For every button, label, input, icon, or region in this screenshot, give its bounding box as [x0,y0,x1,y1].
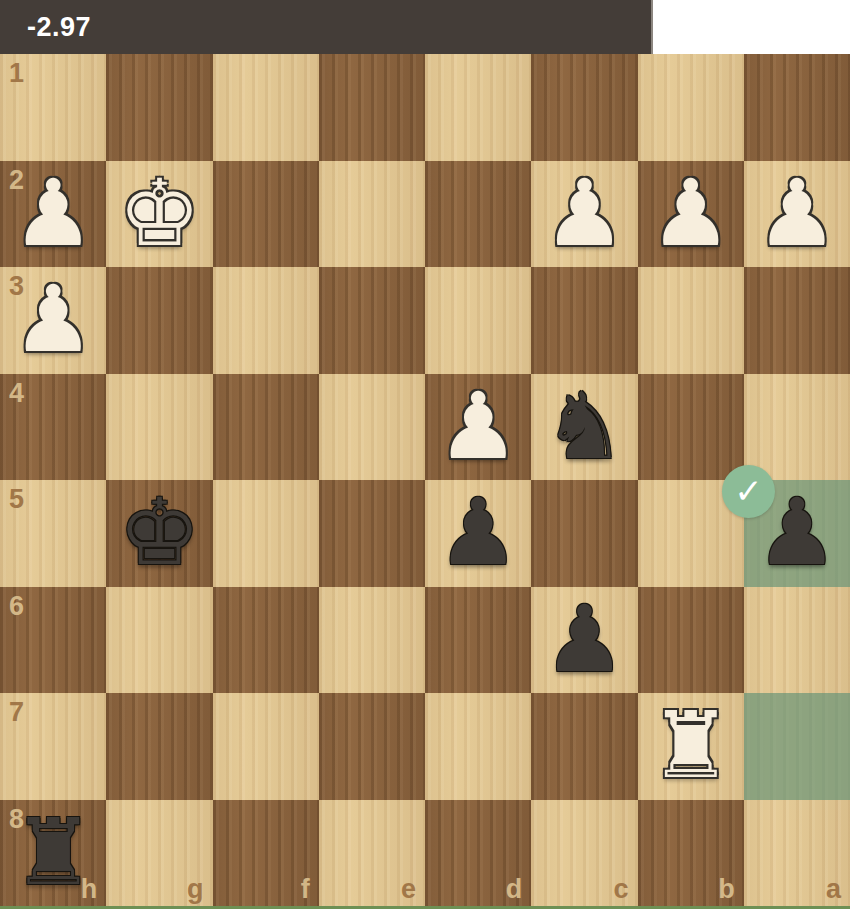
correct-move-badge: ✓ [722,465,775,518]
square-b2[interactable]: ♟ [638,161,744,268]
square-d4[interactable]: ♟ [425,374,531,481]
square-c3[interactable] [531,267,637,374]
square-b1[interactable] [638,54,744,161]
square-a8[interactable]: a [744,800,850,907]
rank-label-5: 5 [9,486,24,513]
white-pawn-h2[interactable]: ♟ [12,168,94,260]
black-pawn-d5[interactable]: ♟ [437,487,519,579]
white-rook-b7[interactable]: ♜ [649,700,731,792]
square-f1[interactable] [213,54,319,161]
square-a7[interactable] [744,693,850,800]
black-knight-c4[interactable]: ♞ [543,381,625,473]
square-a6[interactable] [744,587,850,694]
square-e3[interactable] [319,267,425,374]
file-label-a: a [826,876,841,903]
square-d5[interactable]: ♟ [425,480,531,587]
square-h6[interactable]: 6 [0,587,106,694]
square-g5[interactable]: ♚ [106,480,212,587]
file-label-d: d [506,876,523,903]
square-g1[interactable] [106,54,212,161]
square-g4[interactable] [106,374,212,481]
square-c8[interactable]: c [531,800,637,907]
file-label-e: e [401,876,416,903]
white-pawn-h3[interactable]: ♟ [12,274,94,366]
square-e7[interactable] [319,693,425,800]
square-f4[interactable] [213,374,319,481]
square-h2[interactable]: 2♟ [0,161,106,268]
square-d3[interactable] [425,267,531,374]
evaluation-bar: -2.97 [0,0,850,54]
square-f8[interactable]: f [213,800,319,907]
checkmark-icon: ✓ [734,474,763,508]
square-e4[interactable] [319,374,425,481]
black-pawn-c6[interactable]: ♟ [543,594,625,686]
square-c6[interactable]: ♟ [531,587,637,694]
square-e8[interactable]: e [319,800,425,907]
square-g3[interactable] [106,267,212,374]
black-king-g5[interactable]: ♚ [118,487,200,579]
white-pawn-c2[interactable]: ♟ [543,168,625,260]
square-d7[interactable] [425,693,531,800]
white-pawn-a2[interactable]: ♟ [756,168,838,260]
square-c4[interactable]: ♞ [531,374,637,481]
square-d6[interactable] [425,587,531,694]
square-e6[interactable] [319,587,425,694]
white-pawn-b2[interactable]: ♟ [649,168,731,260]
square-b6[interactable] [638,587,744,694]
square-c2[interactable]: ♟ [531,161,637,268]
square-g2[interactable]: ♚ [106,161,212,268]
evaluation-score: -2.97 [0,12,91,43]
square-a3[interactable] [744,267,850,374]
square-a1[interactable] [744,54,850,161]
square-b8[interactable]: b [638,800,744,907]
square-c7[interactable] [531,693,637,800]
square-c5[interactable] [531,480,637,587]
file-label-g: g [187,876,204,903]
square-d1[interactable] [425,54,531,161]
square-e1[interactable] [319,54,425,161]
square-a2[interactable]: ♟ [744,161,850,268]
evaluation-bar-white-portion [653,0,850,54]
square-f2[interactable] [213,161,319,268]
square-h4[interactable]: 4 [0,374,106,481]
square-h7[interactable]: 7 [0,693,106,800]
square-f6[interactable] [213,587,319,694]
file-label-f: f [301,876,310,903]
square-c1[interactable] [531,54,637,161]
file-label-b: b [718,876,735,903]
square-h5[interactable]: 5 [0,480,106,587]
square-g7[interactable] [106,693,212,800]
square-b7[interactable]: ♜ [638,693,744,800]
rank-label-4: 4 [9,380,24,407]
rank-label-6: 6 [9,593,24,620]
white-pawn-d4[interactable]: ♟ [437,381,519,473]
square-f7[interactable] [213,693,319,800]
square-d8[interactable]: d [425,800,531,907]
evaluation-bar-black-portion: -2.97 [0,0,653,54]
white-king-g2[interactable]: ♚ [118,168,200,260]
file-label-c: c [613,876,628,903]
square-f3[interactable] [213,267,319,374]
square-h1[interactable]: 1 [0,54,106,161]
square-h8[interactable]: 8h♜ [0,800,106,907]
square-g6[interactable] [106,587,212,694]
rank-label-1: 1 [9,60,24,87]
square-h3[interactable]: 3♟ [0,267,106,374]
square-d2[interactable] [425,161,531,268]
square-e2[interactable] [319,161,425,268]
square-g8[interactable]: g [106,800,212,907]
rank-label-7: 7 [9,699,24,726]
square-e5[interactable] [319,480,425,587]
square-a4[interactable] [744,374,850,481]
chess-board: ✓ 12♟♚♟♟♟3♟4♟♞5♚♟♟6♟7♜8h♜gfedcba [0,54,850,906]
square-f5[interactable] [213,480,319,587]
black-rook-h8[interactable]: ♜ [12,807,94,899]
square-b4[interactable] [638,374,744,481]
square-b3[interactable] [638,267,744,374]
